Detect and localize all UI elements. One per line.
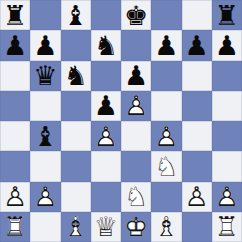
square-a5[interactable] [0, 91, 30, 121]
square-a4[interactable] [0, 121, 30, 151]
square-h5[interactable] [212, 91, 242, 121]
piece-outline-layer: ♙ [121, 91, 151, 121]
black-rook-piece[interactable]: ♜ [0, 0, 30, 30]
square-b8[interactable] [30, 0, 60, 30]
piece-glyph: ♜ [0, 0, 30, 30]
square-g7[interactable]: ♟ [182, 30, 212, 60]
white-rook-piece[interactable]: ♜♖ [0, 212, 30, 242]
square-d5[interactable]: ♟ [91, 91, 121, 121]
piece-outline-layer: ♖ [0, 212, 30, 242]
piece-outline-layer: ♙ [151, 121, 181, 151]
square-c5[interactable] [61, 91, 91, 121]
square-b4[interactable]: ♝ [30, 121, 60, 151]
square-h3[interactable] [212, 151, 242, 181]
piece-glyph: ♟ [212, 30, 242, 60]
piece-glyph: ♝ [61, 0, 91, 30]
square-a2[interactable]: ♟♙ [0, 182, 30, 212]
square-c7[interactable] [61, 30, 91, 60]
square-a6[interactable] [0, 61, 30, 91]
black-knight-piece[interactable]: ♞ [91, 30, 121, 60]
white-bishop-piece[interactable]: ♝♗ [151, 212, 181, 242]
square-h6[interactable] [212, 61, 242, 91]
square-b1[interactable] [30, 212, 60, 242]
square-g1[interactable] [182, 212, 212, 242]
white-bishop-piece[interactable]: ♝♗ [61, 212, 91, 242]
square-b7[interactable]: ♟ [30, 30, 60, 60]
square-a1[interactable]: ♜♖ [0, 212, 30, 242]
piece-glyph: ♞ [91, 30, 121, 60]
white-king-piece[interactable]: ♚♔ [121, 212, 151, 242]
black-bishop-piece[interactable]: ♝ [30, 121, 60, 151]
piece-glyph: ♟ [91, 91, 121, 121]
square-e3[interactable] [121, 151, 151, 181]
square-f8[interactable] [151, 0, 181, 30]
square-g5[interactable] [182, 91, 212, 121]
piece-glyph: ♟ [0, 30, 30, 60]
white-pawn-piece[interactable]: ♟♙ [151, 121, 181, 151]
white-rook-piece[interactable]: ♜♖ [212, 212, 242, 242]
white-pawn-piece[interactable]: ♟♙ [91, 121, 121, 151]
square-h7[interactable]: ♟ [212, 30, 242, 60]
piece-glyph: ♝ [30, 121, 60, 151]
square-g2[interactable]: ♟♙ [182, 182, 212, 212]
piece-outline-layer: ♙ [30, 182, 60, 212]
piece-glyph: ♞ [61, 61, 91, 91]
piece-glyph: ♛ [30, 61, 60, 91]
piece-outline-layer: ♘ [151, 151, 181, 181]
square-h2[interactable]: ♟♙ [212, 182, 242, 212]
piece-glyph: ♚ [121, 0, 151, 30]
square-e1[interactable]: ♚♔ [121, 212, 151, 242]
black-knight-piece[interactable]: ♞ [61, 61, 91, 91]
white-pawn-piece[interactable]: ♟♙ [212, 182, 242, 212]
square-d3[interactable] [91, 151, 121, 181]
square-c6[interactable]: ♞ [61, 61, 91, 91]
square-e7[interactable] [121, 30, 151, 60]
black-pawn-piece[interactable]: ♟ [30, 30, 60, 60]
square-c3[interactable] [61, 151, 91, 181]
piece-outline-layer: ♗ [61, 212, 91, 242]
black-queen-piece[interactable]: ♛ [30, 61, 60, 91]
square-d4[interactable]: ♟♙ [91, 121, 121, 151]
piece-outline-layer: ♖ [212, 212, 242, 242]
square-b3[interactable] [30, 151, 60, 181]
piece-glyph: ♟ [151, 30, 181, 60]
white-queen-piece[interactable]: ♛♕ [91, 212, 121, 242]
piece-outline-layer: ♙ [182, 182, 212, 212]
square-a8[interactable]: ♜ [0, 0, 30, 30]
square-g4[interactable] [182, 121, 212, 151]
piece-glyph: ♜ [212, 0, 242, 30]
white-knight-piece[interactable]: ♞♘ [121, 182, 151, 212]
black-pawn-piece[interactable]: ♟ [212, 30, 242, 60]
square-f2[interactable] [151, 182, 181, 212]
white-pawn-piece[interactable]: ♟♙ [0, 182, 30, 212]
black-pawn-piece[interactable]: ♟ [91, 91, 121, 121]
square-e6[interactable]: ♟ [121, 61, 151, 91]
black-pawn-piece[interactable]: ♟ [182, 30, 212, 60]
square-f4[interactable]: ♟♙ [151, 121, 181, 151]
square-h1[interactable]: ♜♖ [212, 212, 242, 242]
black-pawn-piece[interactable]: ♟ [121, 61, 151, 91]
white-knight-piece[interactable]: ♞♘ [151, 151, 181, 181]
square-d8[interactable] [91, 0, 121, 30]
square-g8[interactable] [182, 0, 212, 30]
square-h8[interactable]: ♜ [212, 0, 242, 30]
square-a3[interactable] [0, 151, 30, 181]
square-b6[interactable]: ♛ [30, 61, 60, 91]
square-b5[interactable] [30, 91, 60, 121]
piece-glyph: ♟ [121, 61, 151, 91]
square-e2[interactable]: ♞♘ [121, 182, 151, 212]
square-d2[interactable] [91, 182, 121, 212]
square-f3[interactable]: ♞♘ [151, 151, 181, 181]
square-e5[interactable]: ♟♙ [121, 91, 151, 121]
square-e4[interactable] [121, 121, 151, 151]
white-pawn-piece[interactable]: ♟♙ [30, 182, 60, 212]
black-bishop-piece[interactable]: ♝ [61, 0, 91, 30]
square-f7[interactable]: ♟ [151, 30, 181, 60]
white-pawn-piece[interactable]: ♟♙ [121, 91, 151, 121]
square-b2[interactable]: ♟♙ [30, 182, 60, 212]
square-c1[interactable]: ♝♗ [61, 212, 91, 242]
piece-outline-layer: ♙ [212, 182, 242, 212]
black-pawn-piece[interactable]: ♟ [151, 30, 181, 60]
square-c2[interactable] [61, 182, 91, 212]
piece-outline-layer: ♙ [91, 121, 121, 151]
square-f6[interactable] [151, 61, 181, 91]
square-g3[interactable] [182, 151, 212, 181]
piece-outline-layer: ♗ [151, 212, 181, 242]
piece-outline-layer: ♕ [91, 212, 121, 242]
piece-outline-layer: ♙ [0, 182, 30, 212]
piece-outline-layer: ♔ [121, 212, 151, 242]
black-king-piece[interactable]: ♚ [121, 0, 151, 30]
square-d1[interactable]: ♛♕ [91, 212, 121, 242]
piece-glyph: ♟ [182, 30, 212, 60]
square-f5[interactable] [151, 91, 181, 121]
square-c4[interactable] [61, 121, 91, 151]
square-d7[interactable]: ♞ [91, 30, 121, 60]
square-a7[interactable]: ♟ [0, 30, 30, 60]
white-pawn-piece[interactable]: ♟♙ [182, 182, 212, 212]
square-f1[interactable]: ♝♗ [151, 212, 181, 242]
square-e8[interactable]: ♚ [121, 0, 151, 30]
square-h4[interactable] [212, 121, 242, 151]
square-g6[interactable] [182, 61, 212, 91]
square-d6[interactable] [91, 61, 121, 91]
square-c8[interactable]: ♝ [61, 0, 91, 30]
black-rook-piece[interactable]: ♜ [212, 0, 242, 30]
chess-board: ♜♝♚♜♟♟♞♟♟♟♛♞♟♟♟♙♝♟♙♟♙♞♘♟♙♟♙♞♘♟♙♟♙♜♖♝♗♛♕♚… [0, 0, 242, 242]
black-pawn-piece[interactable]: ♟ [0, 30, 30, 60]
piece-glyph: ♟ [30, 30, 60, 60]
piece-outline-layer: ♘ [121, 182, 151, 212]
